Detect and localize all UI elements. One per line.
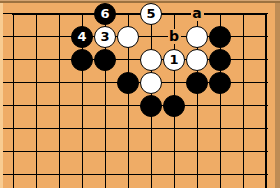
board-point [232,94,255,117]
board-point [94,163,117,186]
board-point [2,94,25,117]
board-point [140,163,163,186]
board-point [163,94,186,117]
stone-white [186,26,208,48]
board-point [117,94,140,117]
board-point [117,163,140,186]
board-point [117,117,140,140]
board-point [140,94,163,117]
board-point: 4 [71,25,94,48]
board-point [255,117,278,140]
stone-black [163,95,185,117]
board-point [186,140,209,163]
board-point [25,25,48,48]
board-point [2,48,25,71]
board-point [48,140,71,163]
board-point [94,117,117,140]
board-point [117,48,140,71]
stone-white-3: 3 [94,26,116,48]
board-point [25,94,48,117]
board-point [2,117,25,140]
board-point [140,117,163,140]
board-point [255,48,278,71]
board-point: 3 [94,25,117,48]
board-point [48,117,71,140]
board-point [186,117,209,140]
stone-black [209,72,231,94]
board-point: 6 [94,2,117,25]
board-point: 1 [163,48,186,71]
board-point [71,94,94,117]
stone-black-6: 6 [94,3,116,25]
board-point [163,117,186,140]
board-point [163,163,186,186]
board-point [2,25,25,48]
board-point [25,117,48,140]
board-point [2,163,25,186]
board-point [209,163,232,186]
board-point: 5 [140,2,163,25]
board-point [232,48,255,71]
board-point [25,48,48,71]
board-point [140,25,163,48]
board-point [232,2,255,25]
stone-white [186,49,208,71]
stone-white-5: 5 [140,3,162,25]
board-point [186,163,209,186]
board-point [48,2,71,25]
board-point [232,71,255,94]
stone-white [140,49,162,71]
board-point [2,2,25,25]
stone-black [71,49,93,71]
board-point [209,140,232,163]
board-point [140,48,163,71]
board-point [255,140,278,163]
go-board-diagram: 65a43b1 [0,0,280,188]
board-point [48,25,71,48]
board-point [140,71,163,94]
stone-black [117,72,139,94]
board-point [163,71,186,94]
board-point [232,25,255,48]
board-point: a [186,2,209,25]
board-point [255,2,278,25]
stone-black-4: 4 [71,26,93,48]
board-point [2,71,25,94]
stone-white [117,26,139,48]
board-point [209,117,232,140]
board-point [71,71,94,94]
stone-black [209,26,231,48]
board-point [186,94,209,117]
board-point [25,2,48,25]
board-point [186,48,209,71]
board-point [48,48,71,71]
intersection-grid: 65a43b1 [2,2,278,186]
stone-black [186,72,208,94]
board-point [186,71,209,94]
board-point [25,71,48,94]
board-point [48,71,71,94]
board-point [209,2,232,25]
board-point [140,140,163,163]
board-point [94,48,117,71]
board-point [25,140,48,163]
board-point [94,71,117,94]
board-point [71,163,94,186]
board-point [2,140,25,163]
board-point [209,25,232,48]
board-point [232,140,255,163]
stone-white-1: 1 [163,49,185,71]
board-point: b [163,25,186,48]
board-point [117,2,140,25]
board-point [232,117,255,140]
board-point [71,2,94,25]
board-point [25,163,48,186]
stone-black [209,49,231,71]
board-point [209,48,232,71]
board-point [48,94,71,117]
board-point [255,25,278,48]
board-point [163,2,186,25]
point-label-a: a [191,6,204,21]
board-point [71,117,94,140]
board-point [117,140,140,163]
stone-black [94,49,116,71]
board-point [232,163,255,186]
board-point [71,140,94,163]
board-point [117,71,140,94]
board-point [255,94,278,117]
board-point [209,71,232,94]
point-label-b: b [168,29,181,44]
board-point [255,71,278,94]
board-point [71,48,94,71]
stone-black [140,95,162,117]
board-point [48,163,71,186]
stone-white [140,72,162,94]
board-point [163,140,186,163]
board-point [209,94,232,117]
board-point [94,140,117,163]
board-point [255,163,278,186]
board-point [186,25,209,48]
board-point [117,25,140,48]
board-point [94,94,117,117]
